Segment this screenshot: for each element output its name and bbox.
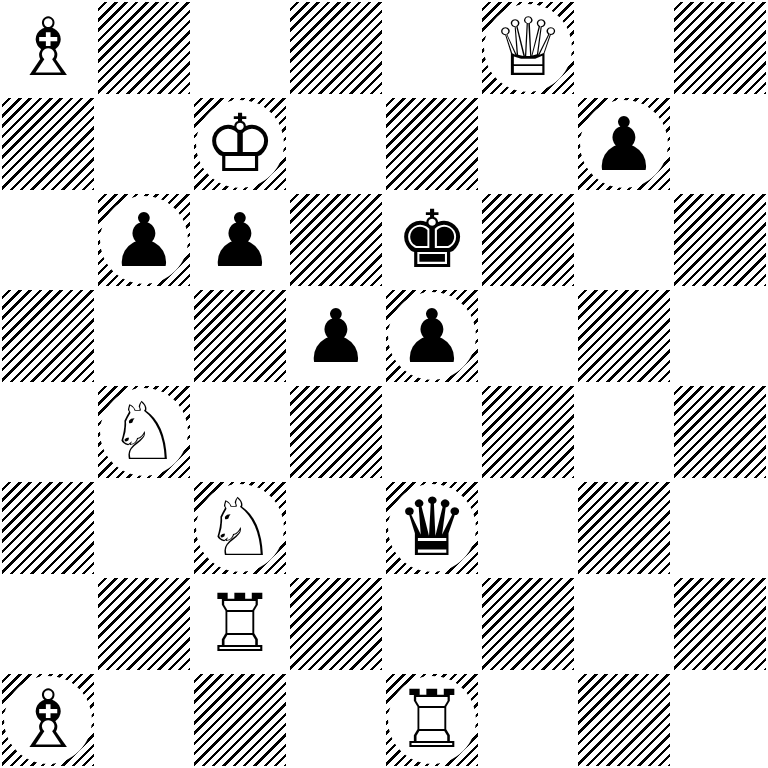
square-b6[interactable]: ♟ [96,192,192,288]
piece-white-rook[interactable]: ♖ [196,580,284,668]
square-b4[interactable]: ♘ [96,384,192,480]
square-g6[interactable] [576,192,672,288]
square-g7[interactable]: ♟ [576,96,672,192]
square-f6[interactable] [480,192,576,288]
square-f4[interactable] [480,384,576,480]
square-g8[interactable] [576,0,672,96]
square-b2[interactable] [96,576,192,672]
square-a1[interactable]: ♗ [0,672,96,768]
square-d2[interactable] [288,576,384,672]
square-a3[interactable] [0,480,96,576]
square-f3[interactable] [480,480,576,576]
square-e8[interactable] [384,0,480,96]
square-c5[interactable] [192,288,288,384]
piece-white-rook[interactable]: ♖ [388,676,476,764]
piece-black-pawn[interactable]: ♟ [388,292,476,380]
square-b5[interactable] [96,288,192,384]
square-h4[interactable] [672,384,768,480]
piece-white-bishop[interactable]: ♗ [4,4,92,92]
square-g3[interactable] [576,480,672,576]
square-d1[interactable] [288,672,384,768]
square-f2[interactable] [480,576,576,672]
piece-white-knight[interactable]: ♘ [196,484,284,572]
square-a6[interactable] [0,192,96,288]
square-a5[interactable] [0,288,96,384]
square-g5[interactable] [576,288,672,384]
square-a4[interactable] [0,384,96,480]
square-e2[interactable] [384,576,480,672]
square-b8[interactable] [96,0,192,96]
square-h3[interactable] [672,480,768,576]
square-c3[interactable]: ♘ [192,480,288,576]
piece-black-queen[interactable]: ♛ [388,484,476,572]
piece-black-pawn[interactable]: ♟ [196,196,284,284]
square-h7[interactable] [672,96,768,192]
square-c1[interactable] [192,672,288,768]
chess-board: ♗♕♔♟♟♟♚♟♟♘♘♛♖♗♖ [0,0,768,768]
square-g1[interactable] [576,672,672,768]
square-e6[interactable]: ♚ [384,192,480,288]
square-f7[interactable] [480,96,576,192]
square-d7[interactable] [288,96,384,192]
square-d5[interactable]: ♟ [288,288,384,384]
square-g4[interactable] [576,384,672,480]
square-b7[interactable] [96,96,192,192]
piece-black-pawn[interactable]: ♟ [292,292,380,380]
piece-white-king[interactable]: ♔ [196,100,284,188]
square-e4[interactable] [384,384,480,480]
piece-black-pawn[interactable]: ♟ [100,196,188,284]
piece-white-queen[interactable]: ♕ [484,4,572,92]
square-f1[interactable] [480,672,576,768]
square-h6[interactable] [672,192,768,288]
square-e7[interactable] [384,96,480,192]
square-a8[interactable]: ♗ [0,0,96,96]
square-d8[interactable] [288,0,384,96]
piece-black-pawn[interactable]: ♟ [580,100,668,188]
piece-black-king[interactable]: ♚ [388,196,476,284]
square-d6[interactable] [288,192,384,288]
square-f5[interactable] [480,288,576,384]
piece-white-bishop[interactable]: ♗ [4,676,92,764]
square-a7[interactable] [0,96,96,192]
square-g2[interactable] [576,576,672,672]
square-f8[interactable]: ♕ [480,0,576,96]
square-c4[interactable] [192,384,288,480]
square-d3[interactable] [288,480,384,576]
square-b1[interactable] [96,672,192,768]
square-d4[interactable] [288,384,384,480]
square-h5[interactable] [672,288,768,384]
square-c6[interactable]: ♟ [192,192,288,288]
piece-white-knight[interactable]: ♘ [100,388,188,476]
square-e5[interactable]: ♟ [384,288,480,384]
square-c8[interactable] [192,0,288,96]
square-a2[interactable] [0,576,96,672]
square-c7[interactable]: ♔ [192,96,288,192]
square-h1[interactable] [672,672,768,768]
square-c2[interactable]: ♖ [192,576,288,672]
square-b3[interactable] [96,480,192,576]
square-h2[interactable] [672,576,768,672]
square-h8[interactable] [672,0,768,96]
square-e3[interactable]: ♛ [384,480,480,576]
square-e1[interactable]: ♖ [384,672,480,768]
